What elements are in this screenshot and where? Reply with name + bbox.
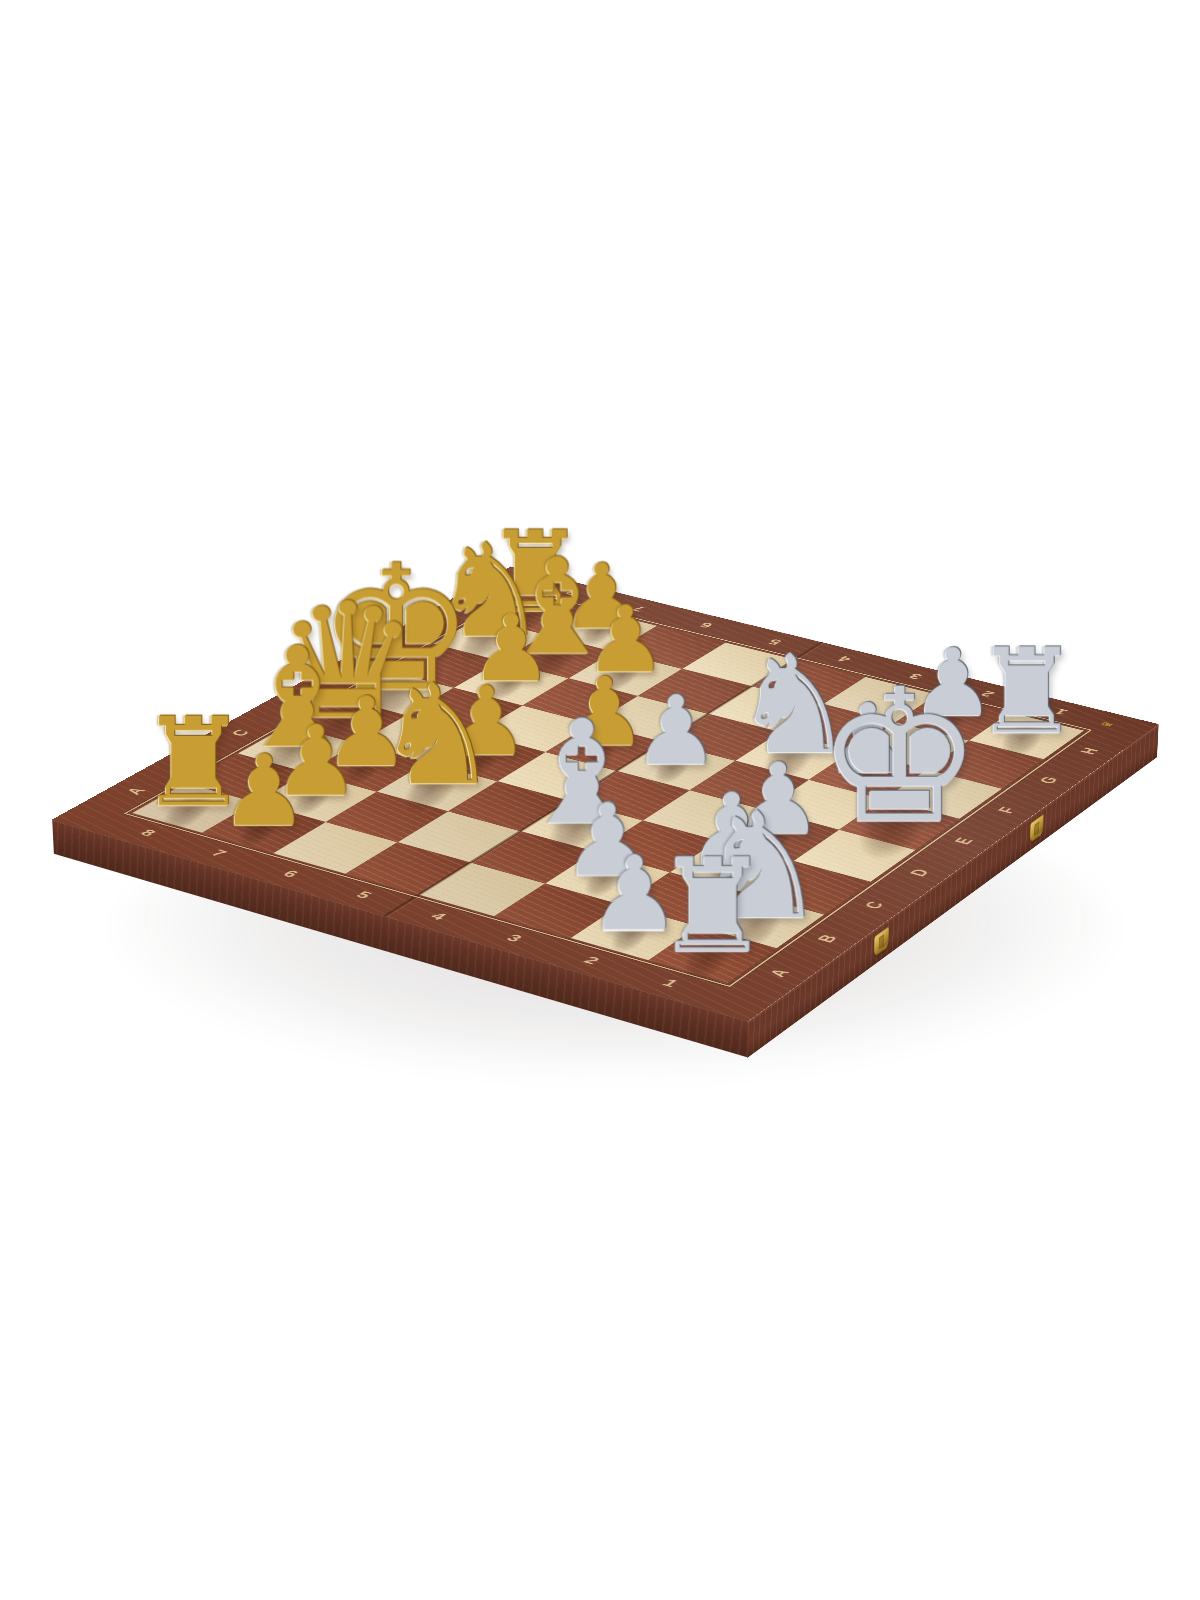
king-glyph: ♚	[817, 665, 982, 849]
pawn-glyph: ♟	[633, 683, 719, 779]
rook-glyph: ♜	[655, 842, 771, 972]
rook-glyph: ♜	[974, 633, 1080, 751]
file-label-near-b: B	[814, 933, 841, 944]
rank-label-left-3: 3	[503, 933, 526, 944]
chess-board: ♛ AABBCCDDEEFFGGHH1122334455667788♜♝♛♚♞♜…	[52, 567, 1159, 1022]
rank-label-left-6: 6	[280, 869, 303, 879]
file-label-near-c: C	[861, 899, 888, 910]
file-label-near-h: H	[1077, 746, 1102, 756]
file-label-near-f: F	[995, 805, 1019, 814]
file-label-near-g: G	[1036, 775, 1062, 785]
rank-label-left-5: 5	[353, 890, 376, 901]
pawn-glyph: ♟	[220, 742, 308, 840]
maker-crown-logo-icon: ♛	[1098, 721, 1117, 729]
brass-clasp-icon	[1030, 813, 1044, 843]
file-label-near-d: D	[907, 867, 933, 878]
rank-label-left-1: 1	[660, 977, 683, 988]
file-label-near-e: E	[951, 836, 976, 846]
rank-label-left-4: 4	[428, 911, 451, 922]
rank-label-left-2: 2	[581, 955, 604, 966]
file-label-near-a: A	[766, 967, 793, 979]
rank-label-left-7: 7	[208, 848, 231, 858]
brass-clasp-icon	[874, 926, 890, 958]
chess-board-scene: ♛ AABBCCDDEEFFGGHH1122334455667788♜♝♛♚♞♜…	[0, 0, 1200, 1600]
rank-label-right-6: 6	[696, 621, 716, 629]
rank-label-left-8: 8	[137, 828, 160, 838]
knight-glyph: ♞	[375, 666, 500, 805]
